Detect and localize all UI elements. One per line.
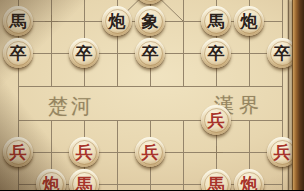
point-marker — [45, 15, 58, 28]
piece-black-pawn-g3[interactable]: 卒 — [201, 38, 231, 68]
piece-character: 象 — [142, 13, 159, 30]
piece-character: 馬 — [208, 13, 225, 30]
piece-black-horse-g2[interactable]: 馬 — [201, 6, 231, 36]
piece-character: 兵 — [274, 144, 291, 161]
river-label-chu-he: 楚河 — [48, 93, 94, 120]
piece-red-pawn-c6[interactable]: 兵 — [69, 137, 99, 167]
piece-black-pawn-a3[interactable]: 卒 — [3, 38, 33, 68]
piece-red-pawn-e6[interactable]: 兵 — [135, 137, 165, 167]
piece-character: 兵 — [76, 144, 93, 161]
piece-character: 炮 — [241, 13, 258, 30]
piece-character: 卒 — [208, 45, 225, 62]
piece-character: 卒 — [76, 45, 93, 62]
piece-black-cannon-h2[interactable]: 炮 — [234, 6, 264, 36]
xiangqi-app-screenshot: 楚河 漢界 士馬炮象馬炮卒卒卒卒卒兵兵兵兵兵炮馬馬炮 — [0, 0, 304, 190]
piece-character: 兵 — [10, 144, 27, 161]
piece-red-pawn-g5[interactable]: 兵 — [201, 105, 231, 135]
piece-character: 兵 — [142, 144, 159, 161]
wooden-frame-edge — [292, 0, 304, 190]
piece-character: 馬 — [10, 13, 27, 30]
piece-character: 兵 — [208, 112, 225, 129]
piece-red-pawn-a6[interactable]: 兵 — [3, 137, 33, 167]
piece-character: 卒 — [10, 45, 27, 62]
piece-black-pawn-e3[interactable]: 卒 — [135, 38, 165, 68]
piece-character: 馬 — [76, 176, 93, 191]
piece-character: 卒 — [274, 45, 291, 62]
piece-black-elephant-e2[interactable]: 象 — [135, 6, 165, 36]
piece-black-cannon-d2[interactable]: 炮 — [102, 6, 132, 36]
point-marker — [210, 146, 223, 159]
piece-character: 炮 — [43, 176, 60, 191]
piece-character: 炮 — [109, 13, 126, 30]
piece-black-pawn-c3[interactable]: 卒 — [69, 38, 99, 68]
piece-character: 馬 — [208, 176, 225, 191]
piece-character: 卒 — [142, 45, 159, 62]
piece-character: 炮 — [241, 176, 258, 191]
piece-black-horse-a2[interactable]: 馬 — [3, 6, 33, 36]
